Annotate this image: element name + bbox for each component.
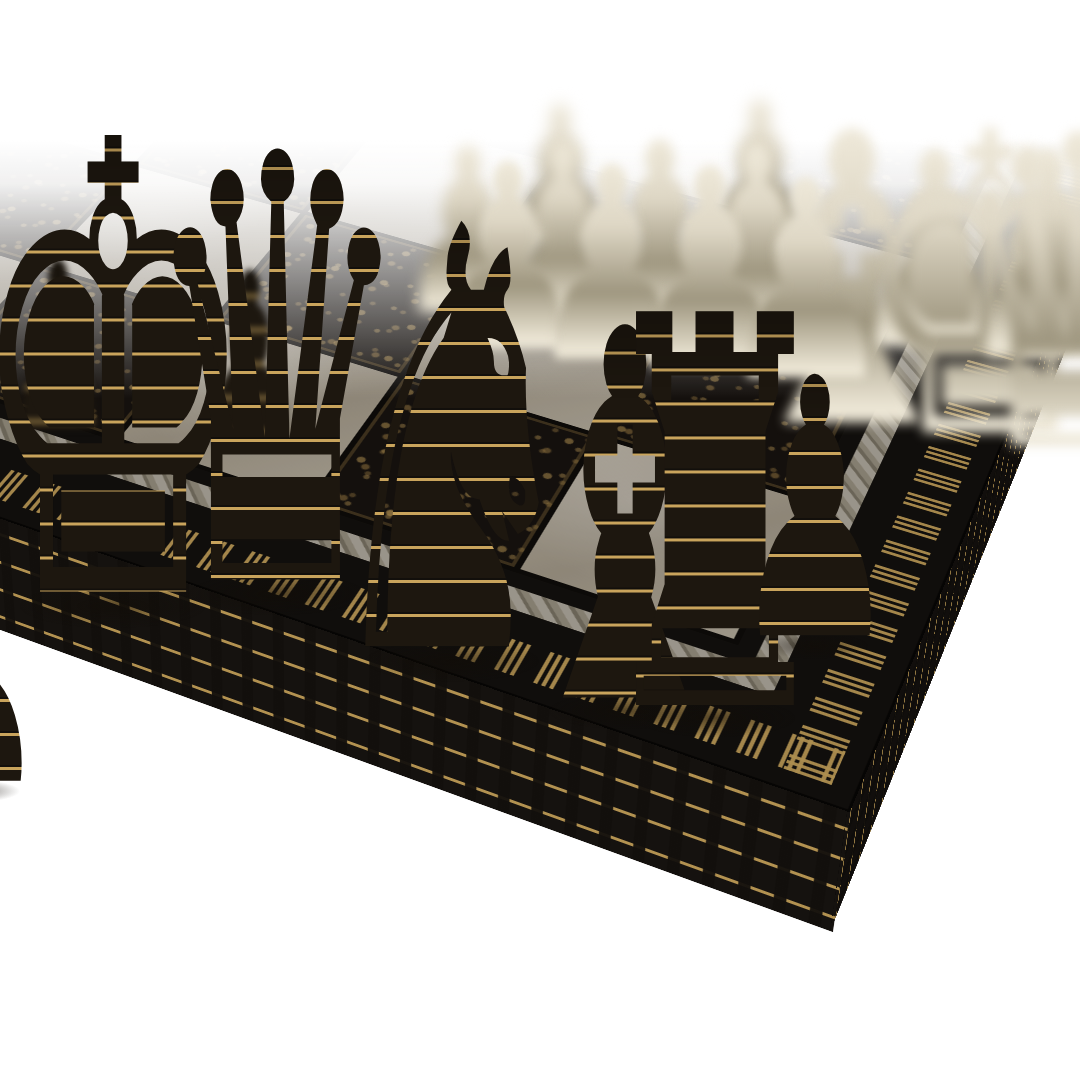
square-r3c6 [625, 0, 844, 112]
square-r5c4 [139, 75, 381, 210]
square-r5c6 [486, 164, 732, 314]
square-r6c5 [219, 215, 479, 374]
square-r5c7 [675, 212, 922, 370]
square-r4c4 [225, 0, 454, 114]
board-scene [0, 0, 1080, 1080]
square-r4c3 [70, 0, 297, 71]
square-r7c3 [0, 217, 35, 376]
square-r4c7 [739, 116, 972, 258]
chess-set-photo: ♟♟♟♟♟♟♝♟♚♟♛♟♟♟♟ ♟♟♟♚♛♞♝♜♟ [0, 0, 1080, 1080]
square-r4c5 [388, 31, 618, 160]
square-r7c4 [0, 268, 211, 436]
square-r3c4 [303, 0, 519, 28]
square-r5c3 [0, 33, 218, 162]
square-r4c2 [0, 0, 147, 30]
chess-board [0, 0, 1080, 809]
square-r3c7 [797, 29, 1017, 157]
square-r5c2 [0, 0, 63, 117]
square-r3c5 [460, 0, 678, 69]
